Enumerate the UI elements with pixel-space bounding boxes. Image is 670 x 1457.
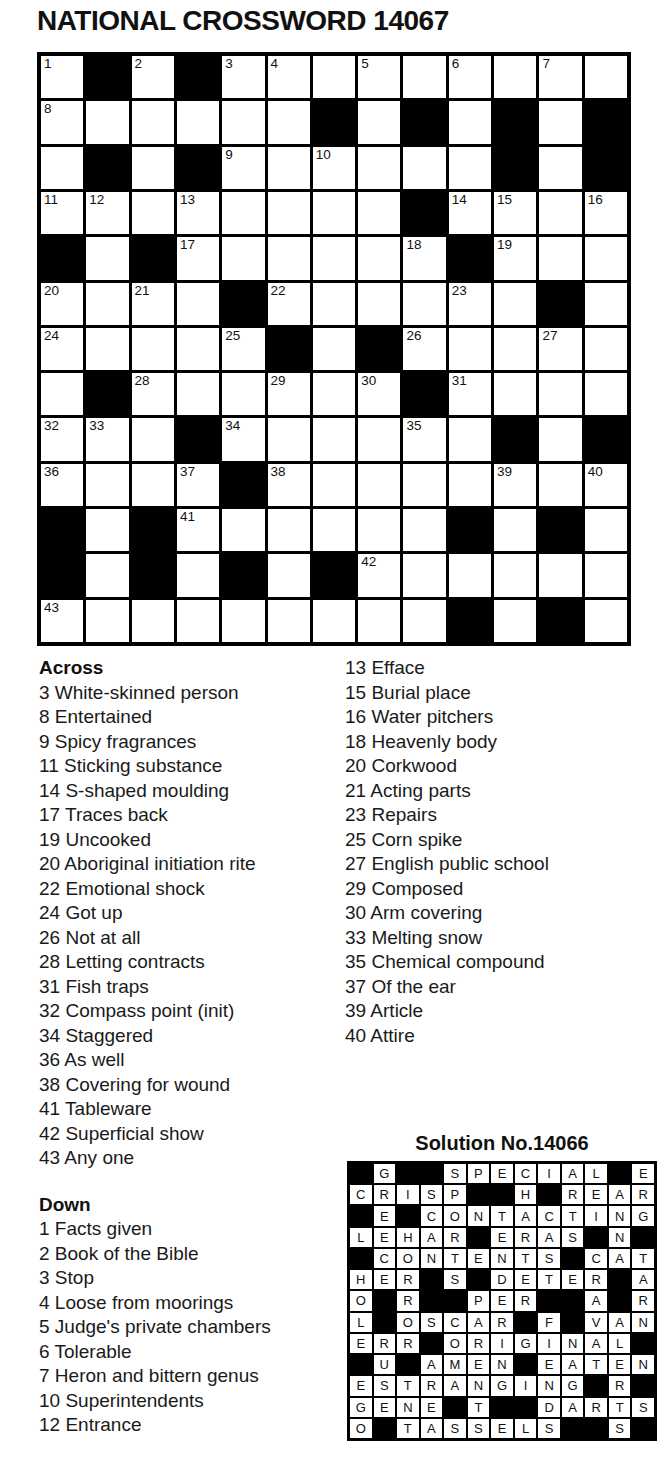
white-cell[interactable]: 17 xyxy=(177,237,219,279)
black-cell xyxy=(585,1419,607,1438)
white-cell[interactable] xyxy=(494,56,536,98)
white-cell[interactable]: 8 xyxy=(41,101,83,143)
white-cell[interactable] xyxy=(585,509,627,551)
solution-letter: I xyxy=(547,1337,551,1350)
white-cell: O xyxy=(350,1419,372,1438)
clue-item: 27 English public school xyxy=(345,852,660,877)
white-cell: C xyxy=(538,1206,560,1225)
clue-item: 39 Article xyxy=(345,999,660,1024)
white-cell[interactable] xyxy=(403,509,445,551)
clue-item: 3 White-skinned person xyxy=(39,681,339,706)
white-cell[interactable]: 6 xyxy=(449,56,491,98)
white-cell[interactable] xyxy=(268,101,310,143)
white-cell: L xyxy=(515,1419,537,1438)
black-cell xyxy=(609,1291,631,1310)
white-cell[interactable] xyxy=(449,101,491,143)
clue-text: Tableware xyxy=(60,1098,152,1119)
white-cell[interactable] xyxy=(132,464,174,506)
puzzle-grid: 1234567891011121314151617181920212223242… xyxy=(37,52,631,646)
black-cell xyxy=(609,1164,631,1183)
solution-letter: S xyxy=(568,1231,577,1244)
white-cell: G xyxy=(491,1376,513,1395)
white-cell[interactable] xyxy=(539,554,581,596)
white-cell: P xyxy=(468,1291,490,1310)
clue-item: 22 Emotional shock xyxy=(39,877,339,902)
white-cell[interactable]: 39 xyxy=(494,464,536,506)
solution-letter: T xyxy=(451,1252,459,1265)
white-cell[interactable] xyxy=(358,192,400,234)
solution-letter: N xyxy=(615,1231,624,1244)
white-cell: T xyxy=(444,1249,466,1268)
solution-letter: T xyxy=(474,1401,482,1414)
white-cell[interactable] xyxy=(449,418,491,460)
white-cell[interactable] xyxy=(132,418,174,460)
white-cell: S xyxy=(538,1249,560,1268)
white-cell[interactable]: 34 xyxy=(222,418,264,460)
solution-grid: GSPECIALECRISPHREARECONTACTINGLEHARERASN… xyxy=(347,1161,657,1441)
white-cell[interactable] xyxy=(358,418,400,460)
white-cell[interactable] xyxy=(358,101,400,143)
white-cell[interactable]: 15 xyxy=(494,192,536,234)
cell-number: 12 xyxy=(89,192,104,208)
white-cell[interactable] xyxy=(86,283,128,325)
solution-letter: R xyxy=(427,1379,436,1392)
white-cell[interactable] xyxy=(313,328,355,370)
clue-item: 41 Tableware xyxy=(39,1097,339,1122)
solution-letter: A xyxy=(615,1316,624,1329)
white-cell[interactable] xyxy=(268,147,310,189)
white-cell[interactable]: 27 xyxy=(539,328,581,370)
white-cell[interactable]: 24 xyxy=(41,328,83,370)
cell-number: 33 xyxy=(89,418,104,434)
clue-text: Chemical compound xyxy=(366,951,544,972)
white-cell[interactable] xyxy=(268,192,310,234)
clue-number: 4 xyxy=(39,1292,50,1313)
cell-number: 40 xyxy=(588,464,603,480)
white-cell[interactable] xyxy=(313,283,355,325)
solution-letter: P xyxy=(451,1188,460,1201)
clue-text: Got up xyxy=(60,902,122,923)
white-cell: S xyxy=(562,1228,584,1247)
white-cell: S xyxy=(632,1398,654,1417)
white-cell[interactable]: 5 xyxy=(358,56,400,98)
solution-letter: T xyxy=(592,1358,600,1371)
white-cell[interactable] xyxy=(585,328,627,370)
white-cell[interactable]: 38 xyxy=(268,464,310,506)
clue-item: 4 Loose from moorings xyxy=(39,1291,339,1316)
white-cell[interactable] xyxy=(268,554,310,596)
solution-letter: P xyxy=(474,1167,483,1180)
cell-number: 42 xyxy=(361,554,376,570)
white-cell[interactable] xyxy=(222,192,264,234)
black-cell xyxy=(562,1291,584,1310)
black-cell xyxy=(585,1376,607,1395)
clue-number: 39 xyxy=(345,1000,366,1021)
clue-number: 27 xyxy=(345,853,366,874)
white-cell: A xyxy=(421,1419,443,1438)
down-clue-list-part1: 1 Facts given2 Book of the Bible3 Stop4 … xyxy=(39,1217,339,1438)
solution-letter: N xyxy=(544,1379,553,1392)
clue-item: 26 Not at all xyxy=(39,926,339,951)
black-cell xyxy=(268,328,310,370)
white-cell[interactable]: 33 xyxy=(86,418,128,460)
clue-item: 20 Corkwood xyxy=(345,754,660,779)
white-cell[interactable]: 19 xyxy=(494,237,536,279)
white-cell[interactable]: 4 xyxy=(268,56,310,98)
solution-letter: A xyxy=(592,1337,601,1350)
solution-letter: N xyxy=(497,1252,506,1265)
solution-letter: E xyxy=(521,1273,530,1286)
solution-letter: R xyxy=(380,1337,389,1350)
white-cell[interactable]: 2 xyxy=(132,56,174,98)
clue-item: 43 Any one xyxy=(39,1146,339,1171)
solution-letter: E xyxy=(639,1167,648,1180)
white-cell[interactable] xyxy=(268,600,310,642)
clue-item: 33 Melting snow xyxy=(345,926,660,951)
clue-item: 1 Facts given xyxy=(39,1217,339,1242)
solution-letter: R xyxy=(568,1188,577,1201)
white-cell: R xyxy=(585,1270,607,1289)
white-cell: R xyxy=(397,1334,419,1353)
white-cell: S xyxy=(468,1419,490,1438)
white-cell[interactable] xyxy=(177,101,219,143)
white-cell[interactable] xyxy=(268,418,310,460)
white-cell[interactable] xyxy=(313,192,355,234)
solution-letter: R xyxy=(474,1337,483,1350)
white-cell[interactable] xyxy=(358,464,400,506)
white-cell[interactable]: 42 xyxy=(358,554,400,596)
solution-letter: R xyxy=(591,1273,600,1286)
solution-letter: R xyxy=(403,1294,412,1307)
white-cell[interactable] xyxy=(403,56,445,98)
white-cell[interactable] xyxy=(132,101,174,143)
white-cell[interactable] xyxy=(268,237,310,279)
cell-number: 39 xyxy=(497,464,512,480)
solution-letter: C xyxy=(427,1210,436,1223)
white-cell[interactable] xyxy=(358,283,400,325)
white-cell[interactable] xyxy=(222,101,264,143)
white-cell: A xyxy=(515,1206,537,1225)
white-cell: N xyxy=(468,1206,490,1225)
white-cell[interactable] xyxy=(132,192,174,234)
white-cell[interactable] xyxy=(177,328,219,370)
solution-letter: E xyxy=(498,1422,507,1435)
white-cell[interactable]: 13 xyxy=(177,192,219,234)
white-cell[interactable] xyxy=(222,509,264,551)
white-cell[interactable]: 41 xyxy=(177,509,219,551)
white-cell[interactable] xyxy=(313,418,355,460)
white-cell[interactable]: 21 xyxy=(132,283,174,325)
cell-number: 5 xyxy=(361,56,369,72)
clue-number: 21 xyxy=(345,780,366,801)
white-cell[interactable]: 7 xyxy=(539,56,581,98)
black-cell xyxy=(177,147,219,189)
solution-letter: A xyxy=(568,1167,577,1180)
white-cell[interactable] xyxy=(539,192,581,234)
white-cell[interactable]: 37 xyxy=(177,464,219,506)
clue-text: English public school xyxy=(366,853,549,874)
white-cell[interactable] xyxy=(494,328,536,370)
black-cell xyxy=(177,418,219,460)
white-cell: E xyxy=(374,1206,396,1225)
white-cell[interactable] xyxy=(449,554,491,596)
black-cell xyxy=(609,1270,631,1289)
white-cell[interactable]: 20 xyxy=(41,283,83,325)
white-cell: A xyxy=(609,1185,631,1204)
white-cell[interactable] xyxy=(403,464,445,506)
clue-item: 30 Arm covering xyxy=(345,901,660,926)
cell-number: 8 xyxy=(44,101,52,117)
white-cell[interactable]: 32 xyxy=(41,418,83,460)
black-cell xyxy=(585,1228,607,1247)
white-cell[interactable]: 12 xyxy=(86,192,128,234)
clue-number: 43 xyxy=(39,1147,60,1168)
white-cell[interactable]: 35 xyxy=(403,418,445,460)
white-cell[interactable] xyxy=(403,600,445,642)
black-cell xyxy=(350,1355,372,1374)
black-cell xyxy=(538,1291,560,1310)
white-cell[interactable] xyxy=(585,56,627,98)
clue-text: Staggered xyxy=(60,1025,153,1046)
solution-letter: R xyxy=(403,1337,412,1350)
crossword-page: NATIONAL CROSSWORD 14067 123456789101112… xyxy=(0,0,670,1457)
solution-letter: I xyxy=(406,1188,410,1201)
solution-letter: P xyxy=(474,1294,483,1307)
white-cell: R xyxy=(374,1185,396,1204)
white-cell[interactable]: 16 xyxy=(585,192,627,234)
white-cell[interactable]: 23 xyxy=(449,283,491,325)
white-cell[interactable]: 29 xyxy=(268,373,310,415)
clue-item: 19 Uncooked xyxy=(39,828,339,853)
white-cell[interactable]: 3 xyxy=(222,56,264,98)
white-cell[interactable] xyxy=(449,147,491,189)
white-cell[interactable] xyxy=(585,373,627,415)
white-cell[interactable] xyxy=(313,56,355,98)
white-cell[interactable] xyxy=(268,509,310,551)
white-cell: R xyxy=(468,1334,490,1353)
clue-number: 30 xyxy=(345,902,366,923)
clue-text: Attire xyxy=(366,1025,415,1046)
white-cell[interactable] xyxy=(313,237,355,279)
solution-letter: O xyxy=(403,1316,413,1329)
cell-number: 27 xyxy=(542,328,557,344)
white-cell[interactable] xyxy=(41,147,83,189)
solution-letter: S xyxy=(427,1316,436,1329)
black-cell xyxy=(86,147,128,189)
white-cell: L xyxy=(350,1313,372,1332)
white-cell[interactable]: 31 xyxy=(449,373,491,415)
black-cell xyxy=(632,1376,654,1395)
white-cell: O xyxy=(444,1206,466,1225)
white-cell[interactable] xyxy=(539,237,581,279)
white-cell: N xyxy=(562,1334,584,1353)
white-cell[interactable]: 9 xyxy=(222,147,264,189)
white-cell: T xyxy=(491,1206,513,1225)
clue-item: 34 Staggered xyxy=(39,1024,339,1049)
white-cell: R xyxy=(632,1185,654,1204)
solution-letter: L xyxy=(357,1316,364,1329)
white-cell[interactable]: 25 xyxy=(222,328,264,370)
white-cell[interactable] xyxy=(86,600,128,642)
cell-number: 10 xyxy=(316,147,331,163)
white-cell[interactable] xyxy=(585,554,627,596)
black-cell xyxy=(494,101,536,143)
white-cell: I xyxy=(538,1164,560,1183)
white-cell[interactable] xyxy=(222,237,264,279)
white-cell[interactable] xyxy=(539,101,581,143)
cell-number: 30 xyxy=(361,373,376,389)
white-cell[interactable] xyxy=(585,283,627,325)
white-cell[interactable] xyxy=(177,554,219,596)
white-cell[interactable] xyxy=(132,328,174,370)
white-cell: G xyxy=(632,1206,654,1225)
clue-item: 10 Superintendents xyxy=(39,1389,339,1414)
white-cell[interactable] xyxy=(358,600,400,642)
solution-letter: R xyxy=(521,1294,530,1307)
clue-item: 9 Spicy fragrances xyxy=(39,730,339,755)
white-cell[interactable]: 26 xyxy=(403,328,445,370)
white-cell[interactable] xyxy=(494,600,536,642)
white-cell[interactable] xyxy=(177,283,219,325)
white-cell[interactable] xyxy=(494,373,536,415)
white-cell[interactable] xyxy=(539,373,581,415)
white-cell[interactable] xyxy=(86,509,128,551)
white-cell[interactable] xyxy=(132,600,174,642)
clue-item: 29 Composed xyxy=(345,877,660,902)
white-cell[interactable] xyxy=(222,600,264,642)
black-cell xyxy=(562,1313,584,1332)
cell-number: 4 xyxy=(271,56,279,72)
white-cell[interactable] xyxy=(313,464,355,506)
clue-number: 11 xyxy=(39,755,59,776)
black-cell xyxy=(86,56,128,98)
down-clue-list-part2: 13 Efface15 Burial place16 Water pitcher… xyxy=(345,656,660,1048)
white-cell[interactable]: 18 xyxy=(403,237,445,279)
white-cell[interactable] xyxy=(403,554,445,596)
clue-item: 24 Got up xyxy=(39,901,339,926)
white-cell[interactable] xyxy=(86,101,128,143)
white-cell[interactable]: 14 xyxy=(449,192,491,234)
white-cell[interactable] xyxy=(358,509,400,551)
white-cell[interactable]: 28 xyxy=(132,373,174,415)
white-cell[interactable]: 11 xyxy=(41,192,83,234)
white-cell: E xyxy=(585,1185,607,1204)
cell-number: 15 xyxy=(497,192,512,208)
solution-letter: E xyxy=(380,1401,389,1414)
white-cell[interactable] xyxy=(358,147,400,189)
black-cell xyxy=(585,418,627,460)
white-cell[interactable] xyxy=(539,418,581,460)
white-cell[interactable] xyxy=(86,464,128,506)
white-cell[interactable]: 36 xyxy=(41,464,83,506)
solution-letter: E xyxy=(592,1188,601,1201)
white-cell[interactable] xyxy=(313,509,355,551)
solution-letter: L xyxy=(616,1337,623,1350)
clue-text: Composed xyxy=(366,878,463,899)
clue-item: 28 Letting contracts xyxy=(39,950,339,975)
solution-letter: N xyxy=(639,1358,648,1371)
solution-letter: R xyxy=(497,1316,506,1329)
clue-number: 26 xyxy=(39,927,60,948)
cell-number: 28 xyxy=(135,373,150,389)
solution-letter: I xyxy=(594,1210,598,1223)
solution-letter: A xyxy=(545,1231,554,1244)
solution-section: Solution No.14066 GSPECIALECRISPHREARECO… xyxy=(347,1132,657,1441)
solution-letter: E xyxy=(356,1337,365,1350)
solution-letter: T xyxy=(569,1210,577,1223)
white-cell[interactable] xyxy=(177,373,219,415)
white-cell[interactable]: 30 xyxy=(358,373,400,415)
white-cell: P xyxy=(444,1185,466,1204)
clue-number: 3 xyxy=(39,682,50,703)
solution-letter: S xyxy=(545,1422,554,1435)
cell-number: 36 xyxy=(44,464,59,480)
solution-letter: G xyxy=(379,1167,389,1180)
clue-text: Repairs xyxy=(366,804,437,825)
white-cell[interactable]: 43 xyxy=(41,600,83,642)
white-cell[interactable] xyxy=(539,464,581,506)
cell-number: 35 xyxy=(406,418,421,434)
cell-number: 20 xyxy=(44,283,59,299)
white-cell[interactable] xyxy=(313,600,355,642)
clue-text: Burial place xyxy=(366,682,471,703)
white-cell: V xyxy=(585,1313,607,1332)
black-cell xyxy=(515,1355,537,1374)
black-cell xyxy=(397,1164,419,1183)
white-cell[interactable] xyxy=(86,237,128,279)
white-cell[interactable]: 40 xyxy=(585,464,627,506)
white-cell[interactable] xyxy=(494,554,536,596)
solution-letter: D xyxy=(544,1401,553,1414)
white-cell[interactable] xyxy=(494,283,536,325)
white-cell[interactable] xyxy=(449,328,491,370)
white-cell[interactable] xyxy=(313,373,355,415)
down-heading: Down xyxy=(39,1193,339,1218)
clue-number: 18 xyxy=(345,731,366,752)
white-cell[interactable] xyxy=(449,464,491,506)
white-cell[interactable] xyxy=(86,554,128,596)
clue-item: 42 Superficial show xyxy=(39,1122,339,1147)
white-cell[interactable] xyxy=(585,237,627,279)
clue-item: 38 Covering for wound xyxy=(39,1073,339,1098)
white-cell[interactable]: 22 xyxy=(268,283,310,325)
white-cell[interactable] xyxy=(177,600,219,642)
white-cell: R xyxy=(632,1291,654,1310)
white-cell[interactable] xyxy=(222,373,264,415)
white-cell[interactable] xyxy=(585,600,627,642)
black-cell xyxy=(313,101,355,143)
white-cell: S xyxy=(444,1419,466,1438)
white-cell[interactable] xyxy=(132,147,174,189)
white-cell[interactable] xyxy=(86,328,128,370)
solution-letter: A xyxy=(521,1210,530,1223)
white-cell[interactable] xyxy=(403,147,445,189)
clue-text: Superficial show xyxy=(60,1123,204,1144)
white-cell[interactable] xyxy=(494,509,536,551)
white-cell[interactable] xyxy=(403,283,445,325)
white-cell[interactable] xyxy=(41,373,83,415)
white-cell[interactable]: 1 xyxy=(41,56,83,98)
solution-letter: T xyxy=(639,1252,647,1265)
white-cell[interactable] xyxy=(358,237,400,279)
clue-text: Entertained xyxy=(50,706,152,727)
clue-number: 17 xyxy=(39,804,60,825)
white-cell[interactable]: 10 xyxy=(313,147,355,189)
white-cell[interactable] xyxy=(539,147,581,189)
solution-letter: N xyxy=(615,1210,624,1223)
white-cell: T xyxy=(632,1249,654,1268)
white-cell: H xyxy=(397,1228,419,1247)
